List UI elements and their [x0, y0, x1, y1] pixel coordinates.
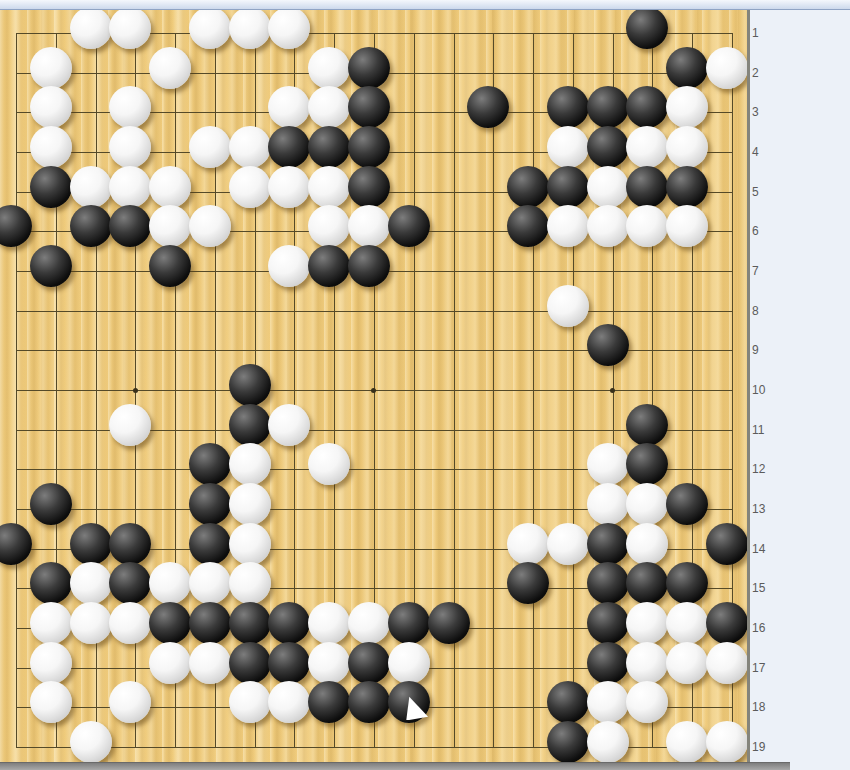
row-label: 8 [752, 304, 776, 318]
stone-white [666, 126, 708, 168]
stone-white [189, 642, 231, 684]
stone-black [547, 721, 589, 762]
stone-black [70, 205, 112, 247]
stone-white [109, 126, 151, 168]
stone-black [268, 602, 310, 644]
stone-white [308, 443, 350, 485]
row-label: 9 [752, 343, 776, 357]
stone-white [626, 523, 668, 565]
stone-white [666, 86, 708, 128]
stone-black [587, 86, 629, 128]
stone-white [587, 443, 629, 485]
stone-white [268, 86, 310, 128]
stone-black [0, 205, 32, 247]
stone-white [706, 721, 748, 762]
row-label: 17 [752, 661, 776, 675]
stone-white [308, 47, 350, 89]
stone-black [428, 602, 470, 644]
stone-white [109, 681, 151, 723]
grid-line [493, 33, 494, 748]
stone-black [666, 47, 708, 89]
stone-black [587, 324, 629, 366]
stone-white [587, 166, 629, 208]
stone-white [666, 721, 708, 762]
stone-black [30, 166, 72, 208]
row-label: 13 [752, 502, 776, 516]
stone-black [626, 562, 668, 604]
stone-white [149, 642, 191, 684]
stone-white [149, 47, 191, 89]
stone-black [70, 523, 112, 565]
stone-black [587, 126, 629, 168]
stone-white [30, 47, 72, 89]
stone-white [30, 602, 72, 644]
stone-white [109, 404, 151, 446]
stone-black [149, 602, 191, 644]
stone-black [348, 126, 390, 168]
stone-black [388, 205, 430, 247]
star-point [610, 388, 615, 393]
stone-black [507, 562, 549, 604]
row-label: 7 [752, 264, 776, 278]
stone-black [109, 205, 151, 247]
stone-black [229, 602, 271, 644]
stone-black [626, 404, 668, 446]
stone-black [189, 483, 231, 525]
stone-white [109, 166, 151, 208]
stone-white [70, 166, 112, 208]
stone-black [626, 86, 668, 128]
stone-black [229, 642, 271, 684]
stone-white [507, 523, 549, 565]
stone-white [587, 721, 629, 762]
stone-white [706, 47, 748, 89]
stone-white [189, 205, 231, 247]
stone-white [268, 245, 310, 287]
row-label: 18 [752, 700, 776, 714]
row-label: 3 [752, 105, 776, 119]
stone-white [229, 443, 271, 485]
row-label: 4 [752, 145, 776, 159]
stone-white [229, 562, 271, 604]
stone-black [388, 681, 430, 723]
star-point [371, 388, 376, 393]
stone-white [149, 205, 191, 247]
stone-black [229, 404, 271, 446]
stone-black [30, 245, 72, 287]
row-label: 14 [752, 542, 776, 556]
row-label: 16 [752, 621, 776, 635]
stone-white [70, 10, 112, 49]
stone-black [587, 562, 629, 604]
stone-white [149, 166, 191, 208]
stone-black [507, 166, 549, 208]
stone-white [30, 86, 72, 128]
stone-white [626, 681, 668, 723]
row-label: 11 [752, 423, 776, 437]
stone-black [587, 642, 629, 684]
stone-black [348, 642, 390, 684]
stone-white [109, 602, 151, 644]
goban-panel [0, 10, 750, 762]
stone-white [109, 10, 151, 49]
stone-white [348, 602, 390, 644]
stone-black [666, 483, 708, 525]
stone-black [666, 562, 708, 604]
row-label: 19 [752, 740, 776, 754]
row-label: 12 [752, 462, 776, 476]
stone-white [666, 602, 708, 644]
stone-white [666, 205, 708, 247]
stone-black [189, 523, 231, 565]
stone-black [507, 205, 549, 247]
stone-white [30, 681, 72, 723]
stone-white [626, 205, 668, 247]
row-label: 15 [752, 581, 776, 595]
stone-white [229, 523, 271, 565]
stone-black [189, 443, 231, 485]
stone-white [229, 166, 271, 208]
stone-black [467, 86, 509, 128]
stone-white [388, 642, 430, 684]
stone-black [348, 86, 390, 128]
stone-white [626, 642, 668, 684]
row-label: 2 [752, 66, 776, 80]
stone-white [626, 126, 668, 168]
stone-black [268, 642, 310, 684]
stone-black [348, 245, 390, 287]
stone-white [268, 166, 310, 208]
stone-white [308, 86, 350, 128]
stone-white [308, 642, 350, 684]
row-label: 10 [752, 383, 776, 397]
stone-white [348, 205, 390, 247]
stone-white [189, 126, 231, 168]
stone-white [109, 86, 151, 128]
stone-black [308, 681, 350, 723]
stone-white [70, 721, 112, 762]
stone-black [189, 602, 231, 644]
stone-black [706, 523, 748, 565]
go-board[interactable] [0, 10, 747, 762]
stone-black [30, 562, 72, 604]
grid-line [16, 33, 17, 748]
stone-white [587, 681, 629, 723]
stone-white [189, 562, 231, 604]
stone-white [547, 126, 589, 168]
stone-white [626, 602, 668, 644]
stone-black [547, 681, 589, 723]
stone-black [109, 523, 151, 565]
stone-white [70, 562, 112, 604]
stone-white [547, 205, 589, 247]
horizontal-scrollbar[interactable] [0, 762, 790, 770]
stone-black [149, 245, 191, 287]
stone-black [587, 523, 629, 565]
stone-black [388, 602, 430, 644]
stone-white [229, 10, 271, 49]
stone-white [666, 642, 708, 684]
stone-white [626, 483, 668, 525]
stone-white [30, 642, 72, 684]
stone-white [149, 562, 191, 604]
stone-white [587, 205, 629, 247]
grid-line [533, 33, 534, 748]
stone-black [348, 166, 390, 208]
stone-white [308, 205, 350, 247]
stone-black [626, 443, 668, 485]
star-point [133, 388, 138, 393]
stone-black [348, 681, 390, 723]
stone-white [70, 602, 112, 644]
stone-white [308, 602, 350, 644]
row-label: 1 [752, 26, 776, 40]
last-move-triangle-marker [406, 695, 428, 720]
stone-black [268, 126, 310, 168]
stone-black [547, 86, 589, 128]
stone-black [109, 562, 151, 604]
stone-white [229, 126, 271, 168]
page: 12345678910111213141516171819 [0, 0, 850, 770]
stone-black [30, 483, 72, 525]
stone-white [189, 10, 231, 49]
stone-white [587, 483, 629, 525]
stone-white [268, 10, 310, 49]
stone-white [229, 681, 271, 723]
stone-white [268, 681, 310, 723]
stone-black [308, 245, 350, 287]
stone-black [666, 166, 708, 208]
row-label: 5 [752, 185, 776, 199]
stone-white [547, 523, 589, 565]
stone-white [30, 126, 72, 168]
stone-black [706, 602, 748, 644]
stone-white [229, 483, 271, 525]
stone-white [706, 642, 748, 684]
stone-black [348, 47, 390, 89]
panel-top-edge [0, 0, 850, 10]
row-label: 6 [752, 224, 776, 238]
stone-white [268, 404, 310, 446]
stone-black [308, 126, 350, 168]
stone-black [626, 10, 668, 49]
stone-black [0, 523, 32, 565]
stone-black [229, 364, 271, 406]
stone-white [308, 166, 350, 208]
stone-black [626, 166, 668, 208]
stone-white [547, 285, 589, 327]
stone-black [587, 602, 629, 644]
stone-black [547, 166, 589, 208]
